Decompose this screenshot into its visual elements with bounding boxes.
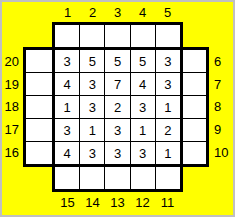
coord-label: 18 xyxy=(2,96,19,119)
clue-cell: 3 xyxy=(131,96,155,118)
clue-cell: 1 xyxy=(55,96,79,118)
clue-cell: 4 xyxy=(55,142,79,164)
clue-cell: 4 xyxy=(131,73,155,95)
arrow-cell[interactable] xyxy=(183,73,206,95)
coord-label: 13 xyxy=(105,194,130,210)
coord-label: 11 xyxy=(155,194,180,210)
arrow-cell[interactable] xyxy=(26,119,52,141)
arrow-cell[interactable] xyxy=(26,73,52,95)
clue-grid: 3555343743132313131243331 xyxy=(52,47,183,167)
coord-label: 3 xyxy=(105,4,130,20)
coord-label: 14 xyxy=(80,194,105,210)
arrow-cell[interactable] xyxy=(156,167,180,189)
clue-cell: 3 xyxy=(80,142,104,164)
arrow-cell[interactable] xyxy=(131,167,155,189)
left-coordinate-labels: 2019181716 xyxy=(2,50,19,164)
coord-label: 6 xyxy=(214,50,235,73)
puzzle-board: 12345 2019181716 678910 1514131211 35553… xyxy=(0,0,235,217)
arrow-cell[interactable] xyxy=(183,96,206,118)
coord-label: 9 xyxy=(214,118,235,141)
bottom-coordinate-labels: 1514131211 xyxy=(55,194,180,210)
clue-cell: 2 xyxy=(105,96,129,118)
coord-label: 2 xyxy=(80,4,105,20)
clue-cell: 3 xyxy=(156,50,180,72)
clue-cell: 3 xyxy=(80,96,104,118)
arrow-cell[interactable] xyxy=(105,167,129,189)
arrow-cell[interactable] xyxy=(183,142,206,164)
arrow-cell[interactable] xyxy=(80,25,104,47)
bottom-arrow-strip xyxy=(52,164,183,192)
clue-cell: 2 xyxy=(156,119,180,141)
clue-cell: 5 xyxy=(80,50,104,72)
clue-cell: 3 xyxy=(55,50,79,72)
arrow-cell[interactable] xyxy=(131,25,155,47)
coord-label: 10 xyxy=(214,141,235,164)
coord-label: 4 xyxy=(130,4,155,20)
arrow-cell[interactable] xyxy=(105,25,129,47)
clue-cell: 3 xyxy=(55,119,79,141)
coord-label: 7 xyxy=(214,73,235,96)
coord-label: 8 xyxy=(214,96,235,119)
coord-label: 16 xyxy=(2,141,19,164)
coord-label: 12 xyxy=(130,194,155,210)
clue-cell: 3 xyxy=(105,142,129,164)
arrow-cell[interactable] xyxy=(26,142,52,164)
clue-cell: 1 xyxy=(156,96,180,118)
arrow-cell[interactable] xyxy=(183,119,206,141)
clue-cell: 7 xyxy=(105,73,129,95)
coord-label: 17 xyxy=(2,118,19,141)
coord-label: 15 xyxy=(55,194,80,210)
left-arrow-strip xyxy=(23,47,55,167)
clue-cell: 5 xyxy=(105,50,129,72)
top-arrow-strip xyxy=(52,22,183,50)
coord-label: 5 xyxy=(155,4,180,20)
arrow-cell[interactable] xyxy=(183,50,206,72)
coord-label: 20 xyxy=(2,50,19,73)
clue-cell: 3 xyxy=(80,73,104,95)
coord-label: 1 xyxy=(55,4,80,20)
arrow-cell[interactable] xyxy=(26,50,52,72)
clue-cell: 3 xyxy=(105,119,129,141)
right-arrow-strip xyxy=(180,47,209,167)
clue-cell: 1 xyxy=(156,142,180,164)
top-coordinate-labels: 12345 xyxy=(55,4,180,20)
clue-cell: 1 xyxy=(80,119,104,141)
right-coordinate-labels: 678910 xyxy=(214,50,235,164)
clue-cell: 1 xyxy=(131,119,155,141)
clue-cell: 4 xyxy=(55,73,79,95)
arrow-cell[interactable] xyxy=(55,167,79,189)
coord-label: 19 xyxy=(2,73,19,96)
arrow-cell[interactable] xyxy=(55,25,79,47)
clue-cell: 3 xyxy=(156,73,180,95)
clue-cell: 5 xyxy=(131,50,155,72)
clue-cell: 3 xyxy=(131,142,155,164)
arrow-cell[interactable] xyxy=(156,25,180,47)
arrow-cell[interactable] xyxy=(26,96,52,118)
arrow-cell[interactable] xyxy=(80,167,104,189)
